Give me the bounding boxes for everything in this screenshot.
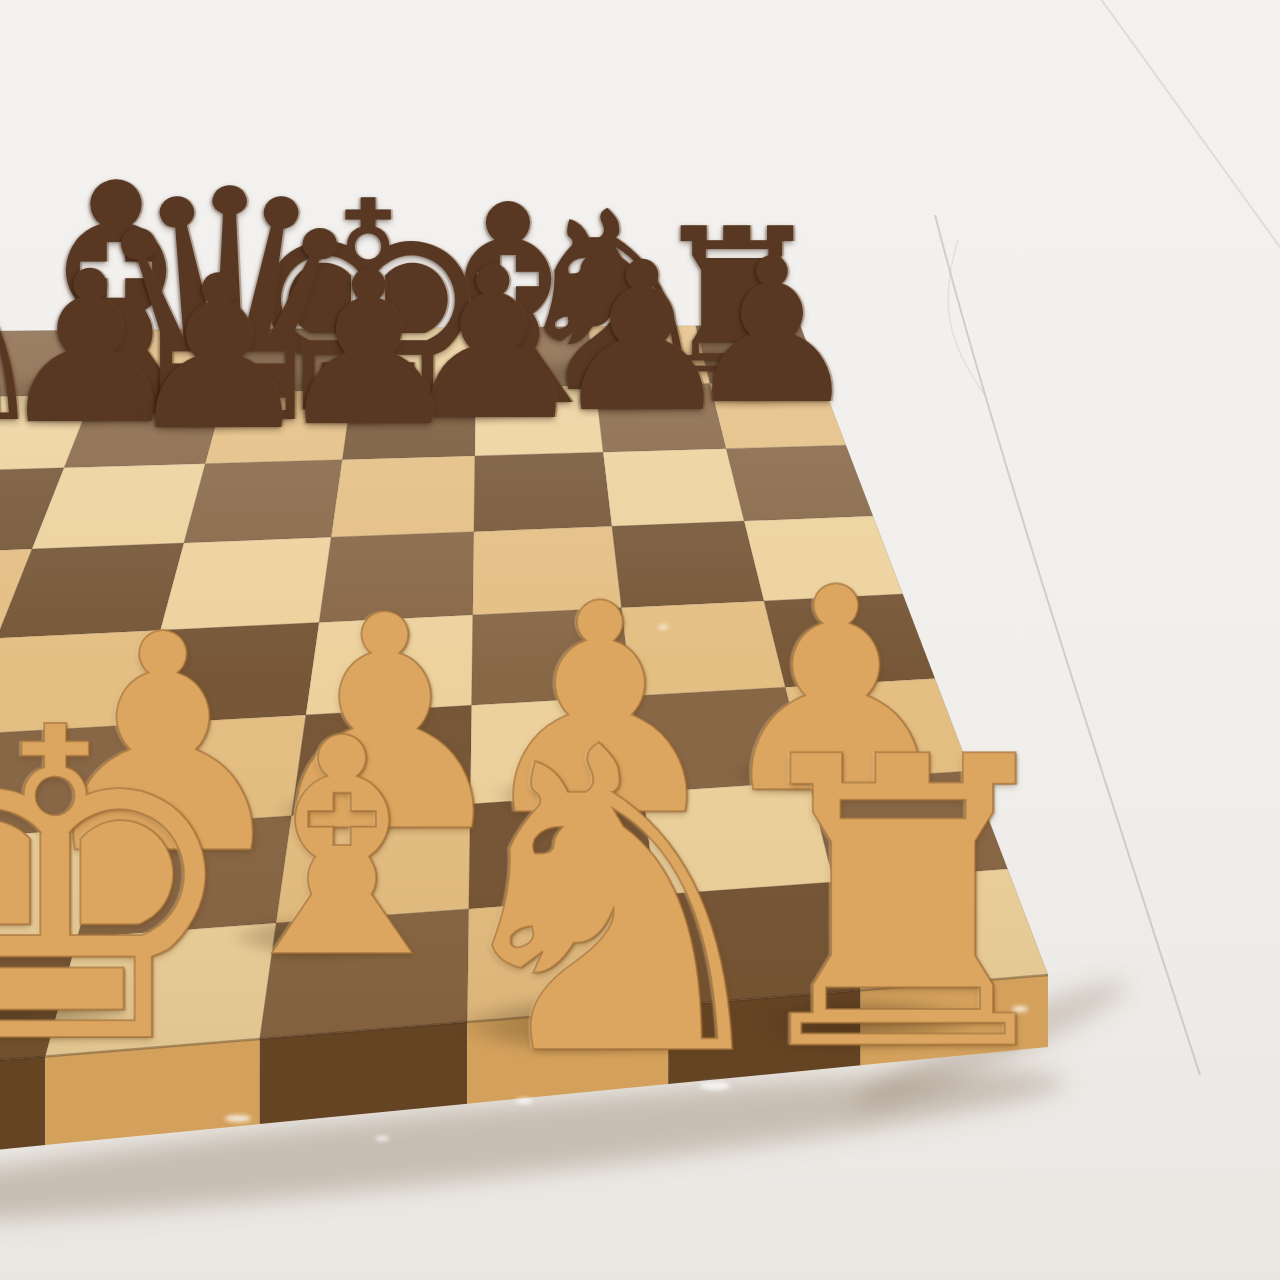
- black-pawn-d7[interactable]: ♟: [124, 248, 314, 460]
- white-knight-g1[interactable]: ♞: [424, 694, 801, 1114]
- chess-photo-scene: ♜♞♝♟♚♝♟♛♞♟♟♟♟♟♟♟♟♟♝♚♜♞: [0, 0, 1280, 1280]
- white-king-e1[interactable]: ♚: [0, 673, 248, 1103]
